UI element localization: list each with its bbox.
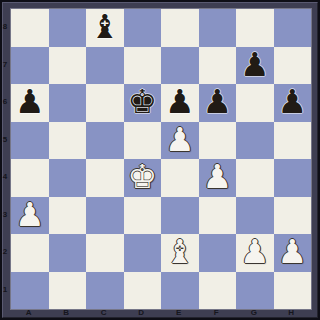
- square-h1[interactable]: [274, 272, 312, 310]
- square-f8[interactable]: [199, 9, 237, 47]
- square-e4[interactable]: [161, 159, 199, 197]
- rank-label-3: 3: [0, 196, 10, 234]
- rank-label-2: 2: [0, 233, 10, 271]
- square-a4[interactable]: [11, 159, 49, 197]
- square-g4[interactable]: [236, 159, 274, 197]
- black-pawn[interactable]: ♟: [240, 48, 270, 81]
- square-d2[interactable]: [124, 234, 162, 272]
- square-h8[interactable]: [274, 9, 312, 47]
- white-pawn[interactable]: ♟: [277, 235, 307, 268]
- square-c3[interactable]: [86, 197, 124, 235]
- square-b4[interactable]: [49, 159, 87, 197]
- black-pawn[interactable]: ♟: [165, 85, 195, 118]
- square-c1[interactable]: [86, 272, 124, 310]
- square-c4[interactable]: [86, 159, 124, 197]
- square-b3[interactable]: [49, 197, 87, 235]
- square-f2[interactable]: [199, 234, 237, 272]
- black-pawn[interactable]: ♟: [202, 85, 232, 118]
- white-pawn[interactable]: ♟: [240, 235, 270, 268]
- square-d6[interactable]: ♚: [124, 84, 162, 122]
- black-pawn[interactable]: ♟: [15, 85, 45, 118]
- rank-label-8: 8: [0, 8, 10, 46]
- chess-board: ♝♟♟♚♟♟♟♟♚♟♟♝♟♟: [10, 8, 312, 310]
- white-pawn[interactable]: ♟: [165, 123, 195, 156]
- square-c6[interactable]: [86, 84, 124, 122]
- square-a5[interactable]: [11, 122, 49, 160]
- square-g6[interactable]: [236, 84, 274, 122]
- square-a8[interactable]: [11, 9, 49, 47]
- square-e3[interactable]: [161, 197, 199, 235]
- square-g3[interactable]: [236, 197, 274, 235]
- black-king[interactable]: ♚: [127, 85, 157, 118]
- white-pawn[interactable]: ♟: [15, 198, 45, 231]
- chess-diagram: 87654321 ABCDEFGH ♝♟♟♚♟♟♟♟♚♟♟♝♟♟: [0, 0, 320, 320]
- square-e8[interactable]: [161, 9, 199, 47]
- square-a2[interactable]: [11, 234, 49, 272]
- rank-label-1: 1: [0, 271, 10, 309]
- square-c2[interactable]: [86, 234, 124, 272]
- square-h2[interactable]: ♟: [274, 234, 312, 272]
- black-pawn[interactable]: ♟: [277, 85, 307, 118]
- square-b2[interactable]: [49, 234, 87, 272]
- square-g5[interactable]: [236, 122, 274, 160]
- square-c8[interactable]: ♝: [86, 9, 124, 47]
- square-a6[interactable]: ♟: [11, 84, 49, 122]
- rank-label-4: 4: [0, 158, 10, 196]
- square-b5[interactable]: [49, 122, 87, 160]
- square-h6[interactable]: ♟: [274, 84, 312, 122]
- square-h3[interactable]: [274, 197, 312, 235]
- square-a1[interactable]: [11, 272, 49, 310]
- square-e7[interactable]: [161, 47, 199, 85]
- rank-label-5: 5: [0, 121, 10, 159]
- square-a3[interactable]: ♟: [11, 197, 49, 235]
- square-f5[interactable]: [199, 122, 237, 160]
- square-h4[interactable]: [274, 159, 312, 197]
- square-f4[interactable]: ♟: [199, 159, 237, 197]
- square-d7[interactable]: [124, 47, 162, 85]
- square-b6[interactable]: [49, 84, 87, 122]
- square-d3[interactable]: [124, 197, 162, 235]
- rank-label-6: 6: [0, 83, 10, 121]
- square-b8[interactable]: [49, 9, 87, 47]
- square-a7[interactable]: [11, 47, 49, 85]
- square-d1[interactable]: [124, 272, 162, 310]
- square-e6[interactable]: ♟: [161, 84, 199, 122]
- square-f3[interactable]: [199, 197, 237, 235]
- square-g2[interactable]: ♟: [236, 234, 274, 272]
- square-e1[interactable]: [161, 272, 199, 310]
- square-b1[interactable]: [49, 272, 87, 310]
- square-f6[interactable]: ♟: [199, 84, 237, 122]
- square-f1[interactable]: [199, 272, 237, 310]
- square-d8[interactable]: [124, 9, 162, 47]
- black-bishop[interactable]: ♝: [90, 10, 120, 43]
- square-g7[interactable]: ♟: [236, 47, 274, 85]
- rank-label-7: 7: [0, 46, 10, 84]
- square-g8[interactable]: [236, 9, 274, 47]
- white-king[interactable]: ♚: [127, 160, 157, 193]
- square-f7[interactable]: [199, 47, 237, 85]
- square-c7[interactable]: [86, 47, 124, 85]
- white-pawn[interactable]: ♟: [202, 160, 232, 193]
- square-b7[interactable]: [49, 47, 87, 85]
- square-e2[interactable]: ♝: [161, 234, 199, 272]
- square-g1[interactable]: [236, 272, 274, 310]
- rank-labels: 87654321: [0, 8, 10, 308]
- square-c5[interactable]: [86, 122, 124, 160]
- square-e5[interactable]: ♟: [161, 122, 199, 160]
- square-d5[interactable]: [124, 122, 162, 160]
- square-d4[interactable]: ♚: [124, 159, 162, 197]
- square-h5[interactable]: [274, 122, 312, 160]
- white-bishop[interactable]: ♝: [165, 235, 195, 268]
- square-h7[interactable]: [274, 47, 312, 85]
